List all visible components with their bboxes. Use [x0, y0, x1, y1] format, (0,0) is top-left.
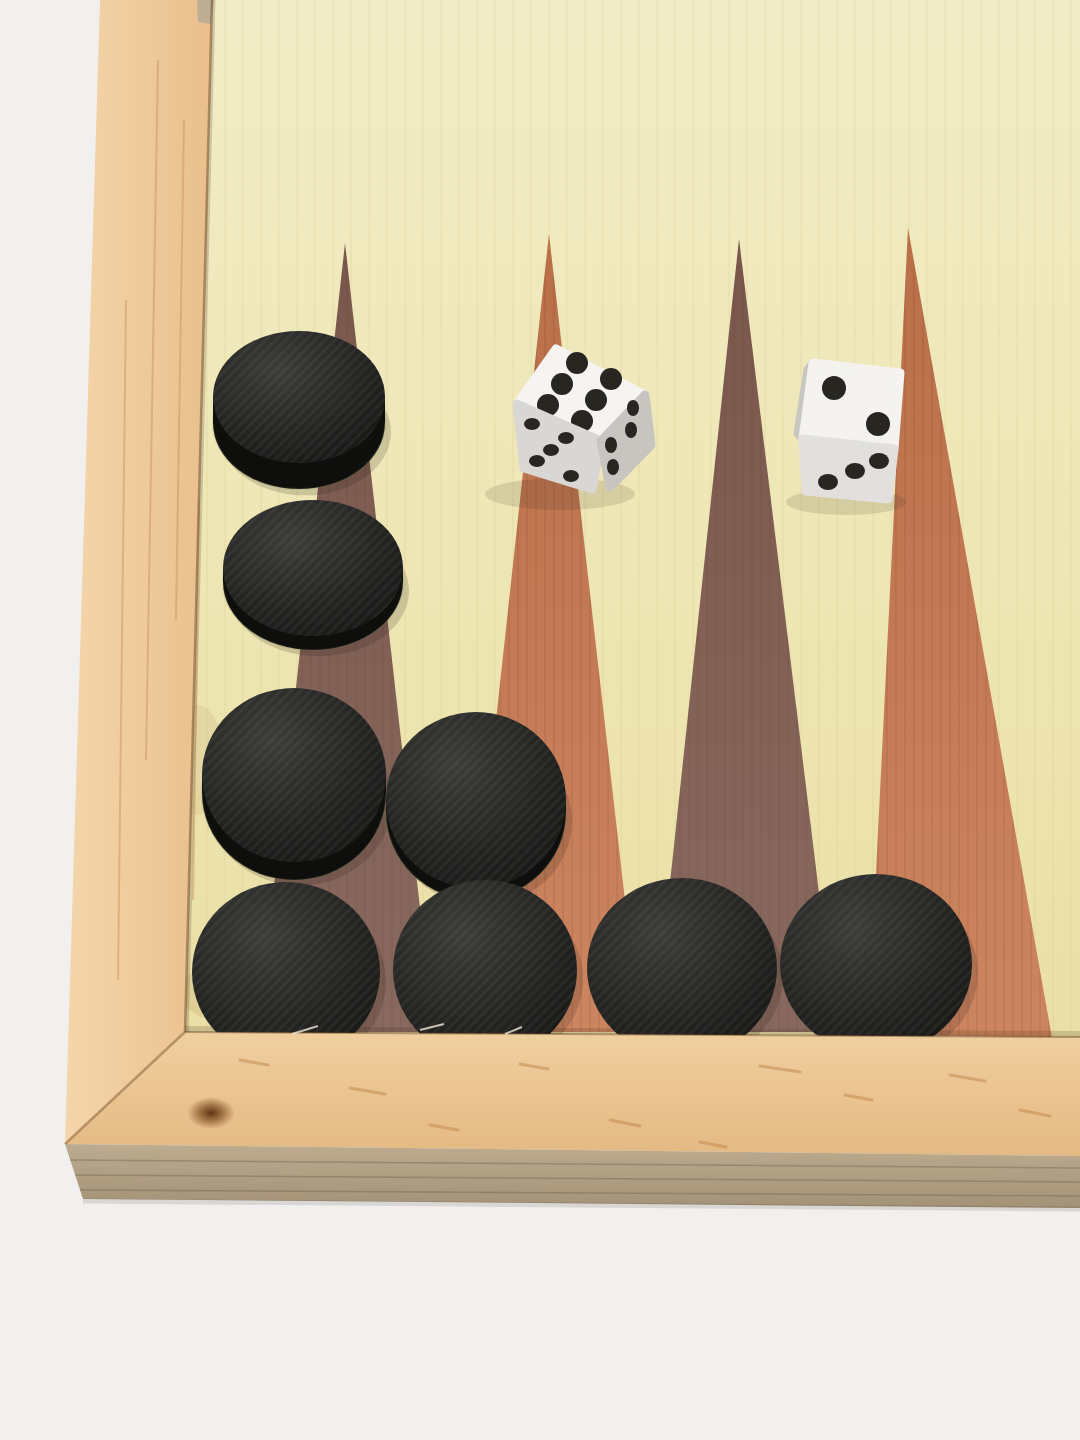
- pip: [818, 474, 838, 490]
- pip: [625, 422, 637, 438]
- pip: [563, 470, 579, 482]
- photo-stage: [0, 0, 1080, 1440]
- checker-top-grain: [213, 331, 385, 463]
- pip: [558, 432, 574, 444]
- pip: [869, 453, 889, 469]
- frame-bottom-rail: [65, 1032, 1080, 1156]
- pip: [566, 352, 588, 374]
- pip: [551, 373, 573, 395]
- pip: [585, 389, 607, 411]
- pip: [845, 463, 865, 479]
- checker-top-grain: [202, 688, 386, 862]
- checker-top-grain: [386, 712, 566, 888]
- wood-knot: [187, 1097, 235, 1129]
- backgammon-board-photo: [0, 0, 1080, 1440]
- pip: [627, 400, 639, 416]
- pip: [529, 455, 545, 467]
- pip: [607, 459, 619, 475]
- pip: [543, 444, 559, 456]
- checker-black-1[interactable]: [213, 331, 391, 495]
- checker-top-grain: [223, 500, 403, 636]
- pip: [822, 376, 846, 400]
- pip: [524, 418, 540, 430]
- pip: [866, 412, 890, 436]
- die-2[interactable]: [786, 363, 906, 515]
- checker-top-grain: [587, 878, 777, 1058]
- pip: [600, 368, 622, 390]
- pip: [605, 437, 617, 453]
- checker-top-grain: [780, 874, 972, 1054]
